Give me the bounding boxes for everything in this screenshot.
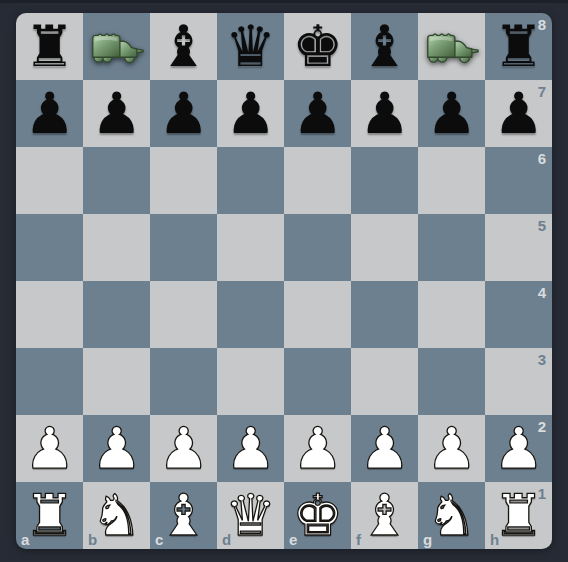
piece-white-rook[interactable]: ♜ <box>16 482 83 549</box>
square-g2[interactable]: ♟ <box>418 415 485 482</box>
piece-white-pawn[interactable]: ♟ <box>150 415 217 482</box>
square-d1[interactable]: d♛ <box>217 482 284 549</box>
piece-black-pawn[interactable]: ♟ <box>284 80 351 147</box>
square-a3[interactable] <box>16 348 83 415</box>
piece-white-pawn[interactable]: ♟ <box>418 415 485 482</box>
piece-white-bishop[interactable]: ♝ <box>150 482 217 549</box>
square-e2[interactable]: ♟ <box>284 415 351 482</box>
square-h6[interactable]: 6 <box>485 147 552 214</box>
square-c6[interactable] <box>150 147 217 214</box>
square-e1[interactable]: e♚ <box>284 482 351 549</box>
square-b2[interactable]: ♟ <box>83 415 150 482</box>
piece-black-pawn[interactable]: ♟ <box>418 80 485 147</box>
piece-black-pawn[interactable]: ♟ <box>16 80 83 147</box>
square-f5[interactable] <box>351 214 418 281</box>
square-a6[interactable] <box>16 147 83 214</box>
chess-board: ♜♝♛♚♝8♜♟♟♟♟♟♟♟7♟6543♟♟♟♟♟♟♟2♟a♜b♞c♝d♛e♚f… <box>16 13 552 549</box>
piece-white-rook[interactable]: ♜ <box>485 482 552 549</box>
square-f7[interactable]: ♟ <box>351 80 418 147</box>
square-e8[interactable]: ♚ <box>284 13 351 80</box>
piece-black-pawn[interactable]: ♟ <box>217 80 284 147</box>
square-g7[interactable]: ♟ <box>418 80 485 147</box>
square-g3[interactable] <box>418 348 485 415</box>
square-g6[interactable] <box>418 147 485 214</box>
square-h5[interactable]: 5 <box>485 214 552 281</box>
square-f8[interactable]: ♝ <box>351 13 418 80</box>
piece-white-king[interactable]: ♚ <box>284 482 351 549</box>
square-d3[interactable] <box>217 348 284 415</box>
square-b3[interactable] <box>83 348 150 415</box>
square-d5[interactable] <box>217 214 284 281</box>
piece-white-pawn[interactable]: ♟ <box>217 415 284 482</box>
square-h2[interactable]: 2♟ <box>485 415 552 482</box>
square-b1[interactable]: b♞ <box>83 482 150 549</box>
square-g5[interactable] <box>418 214 485 281</box>
piece-black-knight-tank[interactable] <box>418 13 485 80</box>
square-c3[interactable] <box>150 348 217 415</box>
square-f2[interactable]: ♟ <box>351 415 418 482</box>
piece-black-bishop[interactable]: ♝ <box>150 13 217 80</box>
rank-label-3: 3 <box>538 351 546 368</box>
square-c1[interactable]: c♝ <box>150 482 217 549</box>
piece-white-bishop[interactable]: ♝ <box>351 482 418 549</box>
rank-label-5: 5 <box>538 217 546 234</box>
square-f4[interactable] <box>351 281 418 348</box>
square-b5[interactable] <box>83 214 150 281</box>
square-e4[interactable] <box>284 281 351 348</box>
piece-black-pawn[interactable]: ♟ <box>485 80 552 147</box>
piece-white-pawn[interactable]: ♟ <box>83 415 150 482</box>
square-d2[interactable]: ♟ <box>217 415 284 482</box>
square-a7[interactable]: ♟ <box>16 80 83 147</box>
square-c2[interactable]: ♟ <box>150 415 217 482</box>
square-a1[interactable]: a♜ <box>16 482 83 549</box>
square-f6[interactable] <box>351 147 418 214</box>
square-h7[interactable]: 7♟ <box>485 80 552 147</box>
square-g1[interactable]: g♞ <box>418 482 485 549</box>
piece-white-pawn[interactable]: ♟ <box>284 415 351 482</box>
square-b8[interactable] <box>83 13 150 80</box>
square-c5[interactable] <box>150 214 217 281</box>
square-b4[interactable] <box>83 281 150 348</box>
square-f3[interactable] <box>351 348 418 415</box>
square-d8[interactable]: ♛ <box>217 13 284 80</box>
window-top-edge <box>0 0 568 3</box>
piece-black-knight-tank[interactable] <box>83 13 150 80</box>
square-h4[interactable]: 4 <box>485 281 552 348</box>
piece-white-pawn[interactable]: ♟ <box>351 415 418 482</box>
square-d7[interactable]: ♟ <box>217 80 284 147</box>
square-a8[interactable]: ♜ <box>16 13 83 80</box>
square-g8[interactable] <box>418 13 485 80</box>
square-e5[interactable] <box>284 214 351 281</box>
square-b6[interactable] <box>83 147 150 214</box>
piece-black-rook[interactable]: ♜ <box>16 13 83 80</box>
square-a4[interactable] <box>16 281 83 348</box>
square-c7[interactable]: ♟ <box>150 80 217 147</box>
square-e7[interactable]: ♟ <box>284 80 351 147</box>
piece-black-king[interactable]: ♚ <box>284 13 351 80</box>
square-b7[interactable]: ♟ <box>83 80 150 147</box>
square-c8[interactable]: ♝ <box>150 13 217 80</box>
square-h8[interactable]: 8♜ <box>485 13 552 80</box>
square-h1[interactable]: 1h♜ <box>485 482 552 549</box>
square-c4[interactable] <box>150 281 217 348</box>
piece-white-knight[interactable]: ♞ <box>83 482 150 549</box>
square-e3[interactable] <box>284 348 351 415</box>
square-d4[interactable] <box>217 281 284 348</box>
piece-black-queen[interactable]: ♛ <box>217 13 284 80</box>
piece-white-knight[interactable]: ♞ <box>418 482 485 549</box>
piece-white-pawn[interactable]: ♟ <box>16 415 83 482</box>
square-f1[interactable]: f♝ <box>351 482 418 549</box>
square-e6[interactable] <box>284 147 351 214</box>
rank-label-4: 4 <box>538 284 546 301</box>
square-h3[interactable]: 3 <box>485 348 552 415</box>
piece-black-pawn[interactable]: ♟ <box>83 80 150 147</box>
piece-white-pawn[interactable]: ♟ <box>485 415 552 482</box>
piece-black-pawn[interactable]: ♟ <box>351 80 418 147</box>
piece-black-pawn[interactable]: ♟ <box>150 80 217 147</box>
square-g4[interactable] <box>418 281 485 348</box>
piece-white-queen[interactable]: ♛ <box>217 482 284 549</box>
square-a5[interactable] <box>16 214 83 281</box>
square-d6[interactable] <box>217 147 284 214</box>
square-a2[interactable]: ♟ <box>16 415 83 482</box>
piece-black-bishop[interactable]: ♝ <box>351 13 418 80</box>
piece-black-rook[interactable]: ♜ <box>485 13 552 80</box>
rank-label-6: 6 <box>538 150 546 167</box>
